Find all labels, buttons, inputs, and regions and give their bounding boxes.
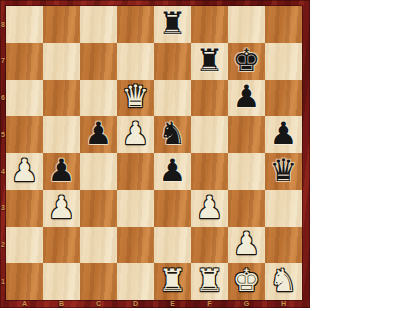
square-g8[interactable]	[228, 6, 265, 43]
square-f8[interactable]	[191, 6, 228, 43]
black-pawn[interactable]: ♟	[159, 155, 187, 186]
black-pawn[interactable]: ♟	[85, 118, 113, 149]
file-label-g: G	[228, 300, 265, 308]
square-h4[interactable]: ♛	[265, 153, 302, 190]
square-h1[interactable]: ♞	[265, 263, 302, 300]
square-f3[interactable]: ♟	[191, 190, 228, 227]
square-e6[interactable]	[154, 80, 191, 117]
square-b3[interactable]: ♟	[43, 190, 80, 227]
black-king[interactable]: ♚	[233, 45, 261, 76]
rank-label-4: 4	[0, 168, 6, 175]
square-c2[interactable]	[80, 227, 117, 264]
page: ♜♜♚♛♟♟♟♞♟♟♟♟♛♟♟♟♜♜♚♞ 87654321 ABCDEFGH	[0, 0, 414, 311]
square-e2[interactable]	[154, 227, 191, 264]
square-g6[interactable]: ♟	[228, 80, 265, 117]
rank-label-6: 6	[0, 94, 6, 101]
white-pawn[interactable]: ♟	[233, 228, 261, 259]
square-d5[interactable]: ♟	[117, 116, 154, 153]
square-c6[interactable]	[80, 80, 117, 117]
square-b2[interactable]	[43, 227, 80, 264]
rank-label-8: 8	[0, 21, 6, 28]
square-h8[interactable]	[265, 6, 302, 43]
square-a1[interactable]	[6, 263, 43, 300]
black-rook[interactable]: ♜	[196, 45, 224, 76]
square-e7[interactable]	[154, 43, 191, 80]
square-b5[interactable]	[43, 116, 80, 153]
square-d7[interactable]	[117, 43, 154, 80]
square-f6[interactable]	[191, 80, 228, 117]
square-b7[interactable]	[43, 43, 80, 80]
square-b6[interactable]	[43, 80, 80, 117]
square-a6[interactable]	[6, 80, 43, 117]
rank-label-1: 1	[0, 278, 6, 285]
file-label-e: E	[154, 300, 191, 308]
square-e8[interactable]: ♜	[154, 6, 191, 43]
white-pawn[interactable]: ♟	[48, 192, 76, 223]
square-c7[interactable]	[80, 43, 117, 80]
square-b1[interactable]	[43, 263, 80, 300]
file-label-d: D	[117, 300, 154, 308]
square-h7[interactable]	[265, 43, 302, 80]
square-c3[interactable]	[80, 190, 117, 227]
square-a3[interactable]	[6, 190, 43, 227]
white-pawn[interactable]: ♟	[196, 192, 224, 223]
square-a7[interactable]	[6, 43, 43, 80]
square-d3[interactable]	[117, 190, 154, 227]
file-label-a: A	[6, 300, 43, 308]
square-e1[interactable]: ♜	[154, 263, 191, 300]
square-c8[interactable]	[80, 6, 117, 43]
square-d2[interactable]	[117, 227, 154, 264]
black-pawn[interactable]: ♟	[233, 81, 261, 112]
file-label-c: C	[80, 300, 117, 308]
white-queen[interactable]: ♛	[122, 81, 150, 112]
chessboard: ♜♜♚♛♟♟♟♞♟♟♟♟♛♟♟♟♜♜♚♞	[6, 6, 302, 300]
black-queen[interactable]: ♛	[270, 155, 298, 186]
square-f1[interactable]: ♜	[191, 263, 228, 300]
square-d8[interactable]	[117, 6, 154, 43]
square-c4[interactable]	[80, 153, 117, 190]
square-d1[interactable]	[117, 263, 154, 300]
square-a8[interactable]	[6, 6, 43, 43]
rank-label-2: 2	[0, 241, 6, 248]
square-e4[interactable]: ♟	[154, 153, 191, 190]
square-d6[interactable]: ♛	[117, 80, 154, 117]
black-pawn[interactable]: ♟	[48, 155, 76, 186]
square-b4[interactable]: ♟	[43, 153, 80, 190]
square-f2[interactable]	[191, 227, 228, 264]
board-frame: ♜♜♚♛♟♟♟♞♟♟♟♟♛♟♟♟♜♜♚♞ 87654321 ABCDEFGH	[0, 0, 310, 308]
square-h2[interactable]	[265, 227, 302, 264]
square-g1[interactable]: ♚	[228, 263, 265, 300]
rank-label-3: 3	[0, 204, 6, 211]
square-f7[interactable]: ♜	[191, 43, 228, 80]
square-d4[interactable]	[117, 153, 154, 190]
square-h3[interactable]	[265, 190, 302, 227]
square-e5[interactable]: ♞	[154, 116, 191, 153]
square-c1[interactable]	[80, 263, 117, 300]
square-g7[interactable]: ♚	[228, 43, 265, 80]
black-pawn[interactable]: ♟	[270, 118, 298, 149]
white-knight[interactable]: ♞	[270, 265, 298, 296]
square-c5[interactable]: ♟	[80, 116, 117, 153]
white-king[interactable]: ♚	[233, 265, 261, 296]
square-g2[interactable]: ♟	[228, 227, 265, 264]
square-f5[interactable]	[191, 116, 228, 153]
square-g5[interactable]	[228, 116, 265, 153]
rank-label-7: 7	[0, 57, 6, 64]
rank-label-5: 5	[0, 131, 6, 138]
square-b8[interactable]	[43, 6, 80, 43]
square-g3[interactable]	[228, 190, 265, 227]
square-h6[interactable]	[265, 80, 302, 117]
file-label-h: H	[265, 300, 302, 308]
white-rook[interactable]: ♜	[196, 265, 224, 296]
square-a5[interactable]	[6, 116, 43, 153]
square-f4[interactable]	[191, 153, 228, 190]
white-pawn[interactable]: ♟	[11, 155, 39, 186]
black-rook[interactable]: ♜	[159, 8, 187, 39]
white-rook[interactable]: ♜	[159, 265, 187, 296]
square-g4[interactable]	[228, 153, 265, 190]
square-a4[interactable]: ♟	[6, 153, 43, 190]
square-e3[interactable]	[154, 190, 191, 227]
file-label-b: B	[43, 300, 80, 308]
black-knight[interactable]: ♞	[159, 118, 187, 149]
square-h5[interactable]: ♟	[265, 116, 302, 153]
square-a2[interactable]	[6, 227, 43, 264]
white-pawn[interactable]: ♟	[122, 118, 150, 149]
file-label-f: F	[191, 300, 228, 308]
